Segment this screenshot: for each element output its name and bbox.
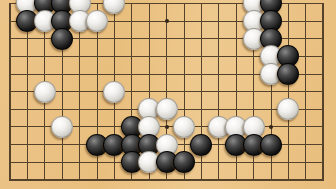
- stone-black[interactable]: [190, 134, 212, 156]
- grid-line-vertical: [322, 3, 324, 181]
- grid-line-horizontal: [9, 91, 324, 92]
- stone-black[interactable]: [277, 63, 299, 85]
- stone-white[interactable]: [103, 0, 125, 14]
- stone-white[interactable]: [173, 116, 195, 138]
- star-point: [269, 125, 273, 129]
- grid-line-horizontal: [9, 179, 324, 181]
- stone-white[interactable]: [277, 98, 299, 120]
- stone-white[interactable]: [156, 98, 178, 120]
- star-point: [165, 19, 169, 23]
- go-board[interactable]: [0, 0, 336, 189]
- screenshot-root: [0, 0, 336, 189]
- stone-black[interactable]: [173, 151, 195, 173]
- star-point: [165, 125, 169, 129]
- stone-white[interactable]: [51, 116, 73, 138]
- stone-black[interactable]: [260, 134, 282, 156]
- grid-line-vertical: [9, 3, 11, 181]
- stone-white[interactable]: [34, 81, 56, 103]
- stone-white[interactable]: [103, 81, 125, 103]
- stone-white[interactable]: [86, 10, 108, 32]
- stone-black[interactable]: [51, 28, 73, 50]
